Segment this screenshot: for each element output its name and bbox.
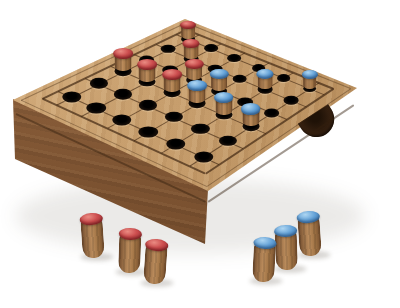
loose-pegs-area — [0, 0, 400, 308]
scene — [0, 0, 400, 308]
